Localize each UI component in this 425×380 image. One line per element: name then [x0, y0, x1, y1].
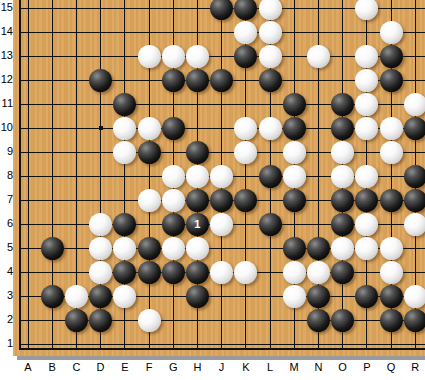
stone-K14[interactable]	[234, 21, 257, 44]
stone-D4[interactable]	[89, 261, 112, 284]
row-label-15: 15	[0, 1, 13, 13]
stone-G5[interactable]	[162, 237, 185, 260]
stone-Q9[interactable]	[380, 141, 403, 164]
stone-Q13[interactable]	[380, 45, 403, 68]
col-label-R: R	[403, 361, 425, 373]
stone-J7[interactable]	[210, 189, 233, 212]
stone-P5[interactable]	[355, 237, 378, 260]
stone-R11[interactable]	[404, 93, 425, 116]
row-label-10: 10	[0, 121, 13, 133]
stone-O2[interactable]	[331, 309, 354, 332]
stone-G12[interactable]	[162, 69, 185, 92]
stone-B5[interactable]	[41, 237, 64, 260]
board-shadow	[17, 356, 425, 360]
stone-H7[interactable]	[186, 189, 209, 212]
stone-E5[interactable]	[113, 237, 136, 260]
stone-N5[interactable]	[307, 237, 330, 260]
stone-R10[interactable]	[404, 117, 425, 140]
stone-J15[interactable]	[210, 0, 233, 20]
stone-P3[interactable]	[355, 285, 378, 308]
stone-O11[interactable]	[331, 93, 354, 116]
stone-E10[interactable]	[113, 117, 136, 140]
col-label-N: N	[306, 361, 330, 373]
stone-D6[interactable]	[89, 213, 112, 236]
stone-F5[interactable]	[138, 237, 161, 260]
go-board[interactable]: 1 ABCDEFGHJKLMNOPQR151413121110987654321	[0, 0, 425, 380]
stone-E6[interactable]	[113, 213, 136, 236]
col-label-P: P	[355, 361, 379, 373]
stone-N13[interactable]	[307, 45, 330, 68]
stone-P12[interactable]	[355, 69, 378, 92]
stone-G8[interactable]	[162, 165, 185, 188]
stone-P8[interactable]	[355, 165, 378, 188]
stone-R3[interactable]	[404, 285, 425, 308]
stone-G6[interactable]	[162, 213, 185, 236]
row-label-3: 3	[0, 289, 13, 301]
stone-K4[interactable]	[234, 261, 257, 284]
stone-F13[interactable]	[138, 45, 161, 68]
grid-line-row-14	[20, 32, 425, 33]
stone-O5[interactable]	[331, 237, 354, 260]
stone-R7[interactable]	[404, 189, 425, 212]
col-label-L: L	[258, 361, 282, 373]
row-label-6: 6	[0, 217, 13, 229]
stone-K9[interactable]	[234, 141, 257, 164]
stone-N4[interactable]	[307, 261, 330, 284]
col-label-O: O	[331, 361, 355, 373]
row-label-4: 4	[0, 265, 13, 277]
stone-K10[interactable]	[234, 117, 257, 140]
stone-M3[interactable]	[283, 285, 306, 308]
stone-C3[interactable]	[65, 285, 88, 308]
col-label-F: F	[137, 361, 161, 373]
col-label-A: A	[16, 361, 40, 373]
stone-J12[interactable]	[210, 69, 233, 92]
row-label-11: 11	[0, 97, 13, 109]
col-label-K: K	[234, 361, 258, 373]
row-label-8: 8	[0, 169, 13, 181]
col-label-H: H	[185, 361, 209, 373]
col-label-D: D	[89, 361, 113, 373]
stone-O6[interactable]	[331, 213, 354, 236]
col-label-M: M	[282, 361, 306, 373]
stone-Q10[interactable]	[380, 117, 403, 140]
stone-Q7[interactable]	[380, 189, 403, 212]
row-label-14: 14	[0, 25, 13, 37]
col-label-B: B	[40, 361, 64, 373]
stone-L6[interactable]	[259, 213, 282, 236]
stone-N2[interactable]	[307, 309, 330, 332]
stone-L8[interactable]	[259, 165, 282, 188]
stone-O8[interactable]	[331, 165, 354, 188]
stone-L12[interactable]	[259, 69, 282, 92]
stone-G4[interactable]	[162, 261, 185, 284]
stone-E9[interactable]	[113, 141, 136, 164]
grid-line-row-1	[20, 344, 425, 345]
stone-F4[interactable]	[138, 261, 161, 284]
stone-P7[interactable]	[355, 189, 378, 212]
stone-B3[interactable]	[41, 285, 64, 308]
stone-M5[interactable]	[283, 237, 306, 260]
stone-Q5[interactable]	[380, 237, 403, 260]
col-label-Q: Q	[379, 361, 403, 373]
stone-O7[interactable]	[331, 189, 354, 212]
stone-P13[interactable]	[355, 45, 378, 68]
stone-D2[interactable]	[89, 309, 112, 332]
stone-H8[interactable]	[186, 165, 209, 188]
stone-R6[interactable]	[404, 213, 425, 236]
row-label-7: 7	[0, 193, 13, 205]
stone-L13[interactable]	[259, 45, 282, 68]
stone-M10[interactable]	[283, 117, 306, 140]
row-label-9: 9	[0, 145, 13, 157]
row-label-1: 1	[0, 337, 13, 349]
row-label-12: 12	[0, 73, 13, 85]
stone-F9[interactable]	[138, 141, 161, 164]
col-label-G: G	[161, 361, 185, 373]
stone-L15[interactable]	[259, 0, 282, 20]
stone-D3[interactable]	[89, 285, 112, 308]
stone-P11[interactable]	[355, 93, 378, 116]
stone-O4[interactable]	[331, 261, 354, 284]
stone-M4[interactable]	[283, 261, 306, 284]
stone-H9[interactable]	[186, 141, 209, 164]
stone-E11[interactable]	[113, 93, 136, 116]
board-edge-bottom	[19, 348, 425, 350]
stone-D5[interactable]	[89, 237, 112, 260]
grid-line-row-9	[20, 152, 425, 153]
stone-Q2[interactable]	[380, 309, 403, 332]
star-point-D10	[99, 126, 103, 130]
stone-M7[interactable]	[283, 189, 306, 212]
col-label-J: J	[210, 361, 234, 373]
row-label-13: 13	[0, 49, 13, 61]
stone-L14[interactable]	[259, 21, 282, 44]
stone-H12[interactable]	[186, 69, 209, 92]
move-number-label: 1	[186, 213, 209, 236]
stone-G13[interactable]	[162, 45, 185, 68]
stone-J6[interactable]	[210, 213, 233, 236]
stone-Q14[interactable]	[380, 21, 403, 44]
stone-F2[interactable]	[138, 309, 161, 332]
stone-E3[interactable]	[113, 285, 136, 308]
col-label-E: E	[113, 361, 137, 373]
stone-Q3[interactable]	[380, 285, 403, 308]
stone-H13[interactable]	[186, 45, 209, 68]
stone-H4[interactable]	[186, 261, 209, 284]
stone-M11[interactable]	[283, 93, 306, 116]
stone-K7[interactable]	[234, 189, 257, 212]
stone-C2[interactable]	[65, 309, 88, 332]
stone-H5[interactable]	[186, 237, 209, 260]
stone-R2[interactable]	[404, 309, 425, 332]
stone-N3[interactable]	[307, 285, 330, 308]
stone-M8[interactable]	[283, 165, 306, 188]
row-label-2: 2	[0, 313, 13, 325]
col-label-C: C	[64, 361, 88, 373]
stone-P6[interactable]	[355, 213, 378, 236]
stone-H6[interactable]: 1	[186, 213, 209, 236]
stone-D12[interactable]	[89, 69, 112, 92]
stone-M9[interactable]	[283, 141, 306, 164]
stone-H3[interactable]	[186, 285, 209, 308]
stone-F10[interactable]	[138, 117, 161, 140]
stone-G7[interactable]	[162, 189, 185, 212]
stone-J8[interactable]	[210, 165, 233, 188]
stone-J4[interactable]	[210, 261, 233, 284]
stone-O10[interactable]	[331, 117, 354, 140]
row-label-5: 5	[0, 241, 13, 253]
stone-O9[interactable]	[331, 141, 354, 164]
stone-G10[interactable]	[162, 117, 185, 140]
stone-P10[interactable]	[355, 117, 378, 140]
stone-K13[interactable]	[234, 45, 257, 68]
stone-Q12[interactable]	[380, 69, 403, 92]
stone-E4[interactable]	[113, 261, 136, 284]
stone-R8[interactable]	[404, 165, 425, 188]
board-edge-left	[19, 0, 21, 350]
stone-L10[interactable]	[259, 117, 282, 140]
stone-F7[interactable]	[138, 189, 161, 212]
stone-Q4[interactable]	[380, 261, 403, 284]
